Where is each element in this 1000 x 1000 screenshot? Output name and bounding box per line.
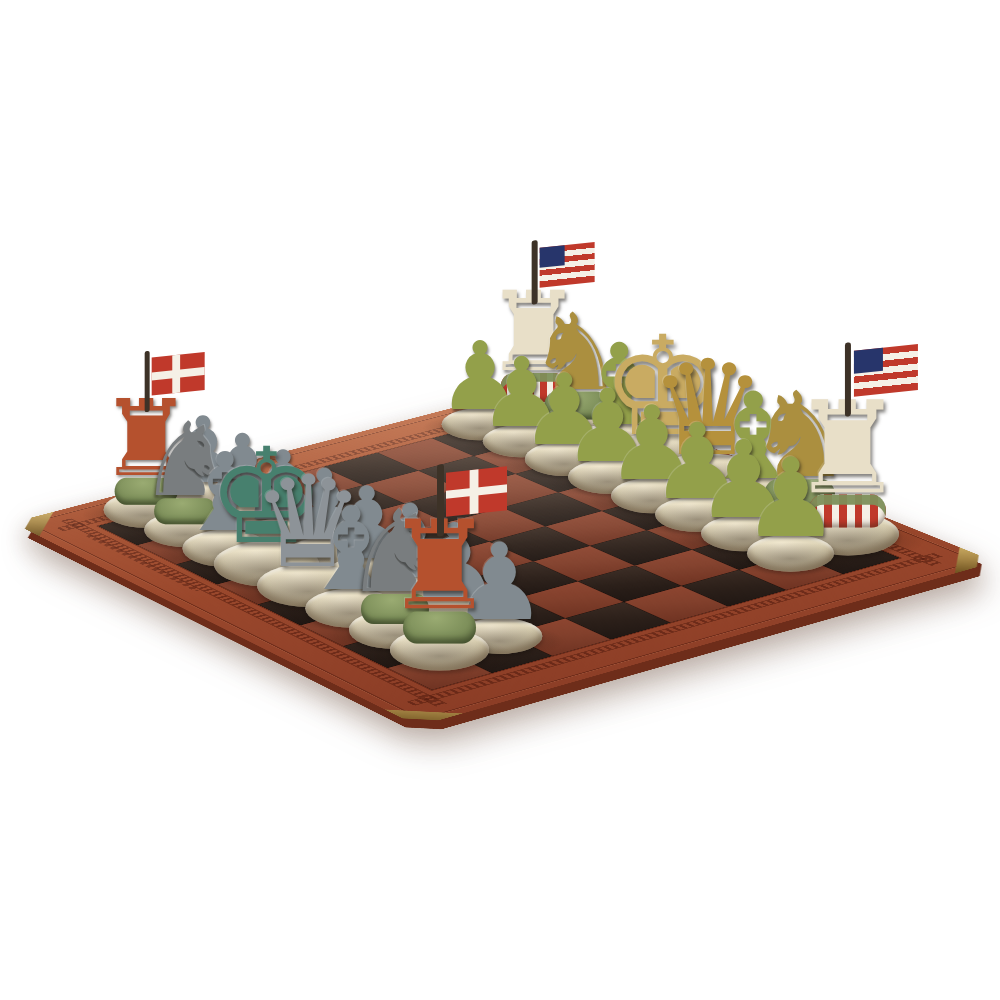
product-photo-scene: ♜♞♝♛♚♝♞♜♟♟♟♟♟♟♟♟♟♟♟♟♟♟♟♟♜♞♝♛♚♝♞♜ [0,0,1000,1000]
chessboard [0,0,1000,1000]
squares-grid [98,410,900,690]
board-surface [12,382,995,726]
